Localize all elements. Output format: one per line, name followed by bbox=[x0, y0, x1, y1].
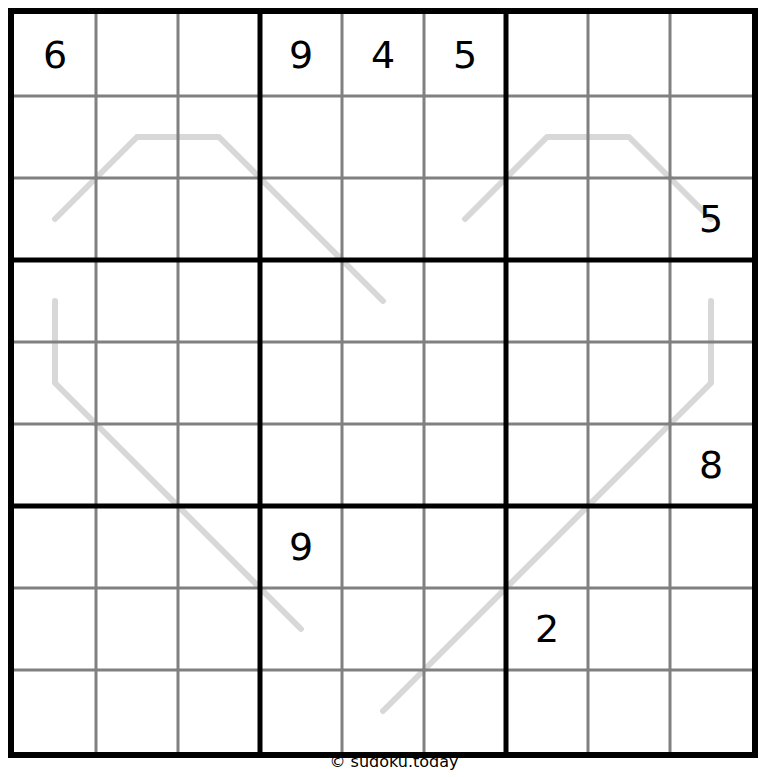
cell-r1c5[interactable]: 4 bbox=[342, 14, 424, 96]
cell-r6c1[interactable] bbox=[14, 424, 96, 506]
cell-r3c5[interactable] bbox=[342, 178, 424, 260]
cell-r1c3[interactable] bbox=[178, 14, 260, 96]
cell-r8c2[interactable] bbox=[96, 588, 178, 670]
cell-r8c5[interactable] bbox=[342, 588, 424, 670]
sudoku-board: 69455892 bbox=[8, 8, 758, 758]
cell-r3c8[interactable] bbox=[588, 178, 670, 260]
cell-r2c2[interactable] bbox=[96, 96, 178, 178]
cell-r4c2[interactable] bbox=[96, 260, 178, 342]
cell-r5c3[interactable] bbox=[178, 342, 260, 424]
cell-r5c7[interactable] bbox=[506, 342, 588, 424]
cell-r9c7[interactable] bbox=[506, 670, 588, 752]
cell-r4c5[interactable] bbox=[342, 260, 424, 342]
cell-r4c3[interactable] bbox=[178, 260, 260, 342]
cell-r4c4[interactable] bbox=[260, 260, 342, 342]
cell-r9c4[interactable] bbox=[260, 670, 342, 752]
cell-r6c6[interactable] bbox=[424, 424, 506, 506]
cell-r6c2[interactable] bbox=[96, 424, 178, 506]
cell-r4c1[interactable] bbox=[14, 260, 96, 342]
cell-r1c6[interactable]: 5 bbox=[424, 14, 506, 96]
cell-r3c2[interactable] bbox=[96, 178, 178, 260]
page: 69455892 © sudoku.today bbox=[0, 0, 767, 777]
cell-r8c3[interactable] bbox=[178, 588, 260, 670]
cell-r2c3[interactable] bbox=[178, 96, 260, 178]
cell-r2c7[interactable] bbox=[506, 96, 588, 178]
cell-r5c9[interactable] bbox=[670, 342, 752, 424]
cell-r2c5[interactable] bbox=[342, 96, 424, 178]
cell-r1c1[interactable]: 6 bbox=[14, 14, 96, 96]
cell-r7c3[interactable] bbox=[178, 506, 260, 588]
cell-r7c9[interactable] bbox=[670, 506, 752, 588]
cell-r2c8[interactable] bbox=[588, 96, 670, 178]
cell-r3c7[interactable] bbox=[506, 178, 588, 260]
cell-r7c4[interactable]: 9 bbox=[260, 506, 342, 588]
board-grid: 69455892 bbox=[14, 14, 752, 752]
cell-r4c8[interactable] bbox=[588, 260, 670, 342]
cell-r8c9[interactable] bbox=[670, 588, 752, 670]
cell-r4c9[interactable] bbox=[670, 260, 752, 342]
cell-r1c2[interactable] bbox=[96, 14, 178, 96]
cell-r7c5[interactable] bbox=[342, 506, 424, 588]
cell-r2c4[interactable] bbox=[260, 96, 342, 178]
cell-r7c1[interactable] bbox=[14, 506, 96, 588]
cell-r8c8[interactable] bbox=[588, 588, 670, 670]
cell-r4c7[interactable] bbox=[506, 260, 588, 342]
cell-r3c9[interactable]: 5 bbox=[670, 178, 752, 260]
cell-r8c4[interactable] bbox=[260, 588, 342, 670]
cell-r6c8[interactable] bbox=[588, 424, 670, 506]
cell-r2c6[interactable] bbox=[424, 96, 506, 178]
cell-r6c7[interactable] bbox=[506, 424, 588, 506]
cell-r7c7[interactable] bbox=[506, 506, 588, 588]
cell-r5c5[interactable] bbox=[342, 342, 424, 424]
cell-r9c1[interactable] bbox=[14, 670, 96, 752]
cell-r9c2[interactable] bbox=[96, 670, 178, 752]
cell-r9c6[interactable] bbox=[424, 670, 506, 752]
cell-r5c6[interactable] bbox=[424, 342, 506, 424]
cell-r9c9[interactable] bbox=[670, 670, 752, 752]
cell-r6c4[interactable] bbox=[260, 424, 342, 506]
cell-r1c8[interactable] bbox=[588, 14, 670, 96]
cell-r1c4[interactable]: 9 bbox=[260, 14, 342, 96]
cell-r3c4[interactable] bbox=[260, 178, 342, 260]
cell-r8c6[interactable] bbox=[424, 588, 506, 670]
cell-r5c4[interactable] bbox=[260, 342, 342, 424]
cell-r4c6[interactable] bbox=[424, 260, 506, 342]
cell-r3c3[interactable] bbox=[178, 178, 260, 260]
cell-r6c5[interactable] bbox=[342, 424, 424, 506]
cell-r5c8[interactable] bbox=[588, 342, 670, 424]
cell-r7c8[interactable] bbox=[588, 506, 670, 588]
cell-r9c3[interactable] bbox=[178, 670, 260, 752]
cell-r5c1[interactable] bbox=[14, 342, 96, 424]
cell-r1c7[interactable] bbox=[506, 14, 588, 96]
cell-r6c9[interactable]: 8 bbox=[670, 424, 752, 506]
cell-r8c7[interactable]: 2 bbox=[506, 588, 588, 670]
cell-r8c1[interactable] bbox=[14, 588, 96, 670]
cell-r7c6[interactable] bbox=[424, 506, 506, 588]
cell-r1c9[interactable] bbox=[670, 14, 752, 96]
cell-r5c2[interactable] bbox=[96, 342, 178, 424]
cell-r3c6[interactable] bbox=[424, 178, 506, 260]
cell-r2c9[interactable] bbox=[670, 96, 752, 178]
cell-r9c5[interactable] bbox=[342, 670, 424, 752]
cell-r3c1[interactable] bbox=[14, 178, 96, 260]
cell-r7c2[interactable] bbox=[96, 506, 178, 588]
cell-r9c8[interactable] bbox=[588, 670, 670, 752]
cell-r2c1[interactable] bbox=[14, 96, 96, 178]
cell-r6c3[interactable] bbox=[178, 424, 260, 506]
